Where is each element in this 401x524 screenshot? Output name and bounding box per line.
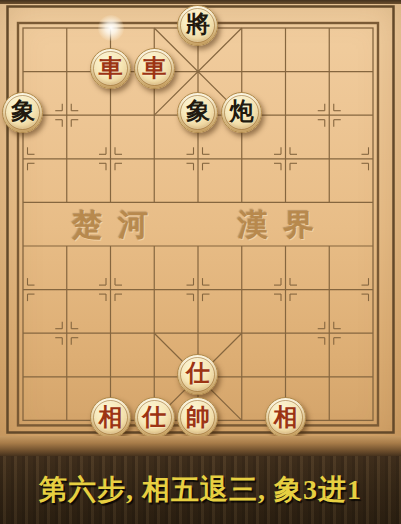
board-point-5-1: 將 bbox=[176, 6, 220, 50]
piece-glyph: 象 bbox=[11, 99, 35, 123]
xiangqi-board: 楚河 漢界 將車車象象炮仕相仕帥相 bbox=[0, 0, 401, 456]
board-point-5-3: 象 bbox=[176, 93, 220, 137]
board-point-1-3: 象 bbox=[1, 93, 45, 137]
piece-glyph: 車 bbox=[142, 56, 166, 80]
piece-red-chariot-2[interactable]: 車 bbox=[134, 48, 175, 89]
piece-black-elephant-1[interactable]: 象 bbox=[2, 92, 43, 133]
piece-red-elephant-1[interactable]: 相 bbox=[90, 397, 131, 438]
board-point-5-9: 仕 bbox=[176, 355, 220, 399]
move-caption-bar: 第六步, 相五退三, 象3进1 bbox=[0, 456, 401, 524]
piece-black-cannon[interactable]: 炮 bbox=[221, 92, 262, 133]
piece-glyph: 帥 bbox=[186, 405, 210, 429]
board-point-6-3: 炮 bbox=[220, 93, 264, 137]
move-caption: 第六步, 相五退三, 象3进1 bbox=[39, 471, 362, 509]
piece-glyph: 車 bbox=[98, 56, 122, 80]
piece-glyph: 將 bbox=[186, 12, 210, 36]
piece-black-general[interactable]: 將 bbox=[177, 5, 218, 46]
piece-red-advisor-2[interactable]: 仕 bbox=[134, 397, 175, 438]
piece-glyph: 炮 bbox=[230, 99, 254, 123]
board-point-4-2: 車 bbox=[132, 50, 176, 94]
piece-glyph: 象 bbox=[186, 99, 210, 123]
piece-glyph: 仕 bbox=[142, 405, 166, 429]
xiangqi-app: 楚河 漢界 將車車象象炮仕相仕帥相 第六步, 相五退三, 象3进1 bbox=[0, 0, 401, 524]
board-point-3-2: 車 bbox=[89, 50, 133, 94]
piece-red-chariot-1[interactable]: 車 bbox=[90, 48, 131, 89]
piece-red-elephant-2[interactable]: 相 bbox=[265, 397, 306, 438]
pieces-layer: 將車車象象炮仕相仕帥相 bbox=[1, 6, 395, 442]
piece-glyph: 相 bbox=[273, 405, 297, 429]
piece-glyph: 仕 bbox=[186, 361, 210, 385]
piece-black-elephant-2[interactable]: 象 bbox=[177, 92, 218, 133]
board-bottom-bevel bbox=[0, 436, 401, 456]
piece-glyph: 相 bbox=[98, 405, 122, 429]
piece-red-general[interactable]: 帥 bbox=[177, 397, 218, 438]
piece-red-advisor-1[interactable]: 仕 bbox=[177, 354, 218, 395]
